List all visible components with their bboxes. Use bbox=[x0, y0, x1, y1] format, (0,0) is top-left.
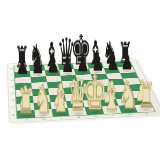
file-label-b: b bbox=[35, 117, 53, 120]
white-bishop-glyph: ♝ bbox=[51, 78, 71, 117]
file-label-d: d bbox=[70, 115, 88, 118]
file-label-g: g bbox=[121, 113, 139, 116]
file-label-a: a bbox=[18, 118, 36, 121]
rank-label-1: 1 bbox=[11, 111, 17, 119]
black-pawn: ♟ bbox=[30, 70, 46, 76]
white-rook: ♜ bbox=[17, 110, 35, 118]
black-pawn-glyph: ♟ bbox=[121, 48, 134, 73]
chess-board-mat: ♜♞♝♛♚♝♞♜♟♟♟♟♟♟♟♟♟♟♟♟♟♟♟♟♜♞♝♛♚♝♞♜ abcdefg… bbox=[8, 59, 160, 123]
black-pawn-glyph: ♟ bbox=[31, 52, 44, 78]
black-pawn-glyph: ♟ bbox=[106, 49, 119, 75]
file-label-e: e bbox=[87, 115, 105, 118]
file-label-h: h bbox=[138, 112, 156, 115]
white-knight-glyph: ♞ bbox=[120, 78, 138, 114]
file-label-f: f bbox=[104, 114, 122, 117]
black-pawn-glyph: ♟ bbox=[16, 52, 29, 78]
black-pawn-glyph: ♟ bbox=[46, 51, 59, 77]
white-rook-glyph: ♜ bbox=[18, 85, 35, 120]
product-photo-chess-set: ♜♞♝♛♚♝♞♜♟♟♟♟♟♟♟♟♟♟♟♟♟♟♟♟♜♞♝♛♚♝♞♜ abcdefg… bbox=[0, 0, 160, 160]
pieces-layer: ♜♞♝♛♚♝♞♜♟♟♟♟♟♟♟♟♟♟♟♟♟♟♟♟♜♞♝♛♚♝♞♜ bbox=[14, 61, 154, 118]
black-pawn: ♟ bbox=[15, 71, 31, 77]
white-queen: ♛ bbox=[68, 107, 87, 115]
file-label-c: c bbox=[52, 116, 70, 119]
white-rook-glyph: ♜ bbox=[137, 79, 154, 113]
white-knight: ♞ bbox=[34, 109, 52, 117]
white-knight-glyph: ♞ bbox=[34, 82, 52, 119]
